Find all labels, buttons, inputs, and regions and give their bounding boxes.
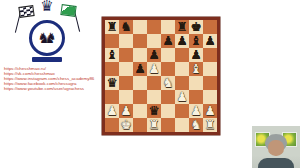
piece-black-n-b8: ♞	[120, 21, 131, 34]
square-e6	[161, 48, 175, 62]
square-d1: ♜	[147, 118, 161, 132]
square-g5: ♝	[189, 62, 203, 76]
square-f2	[175, 104, 189, 118]
piece-black-r-a8: ♜	[106, 21, 117, 34]
square-f5	[175, 62, 189, 76]
square-e8	[161, 20, 175, 34]
square-d7	[147, 34, 161, 48]
square-b3	[119, 90, 133, 104]
square-h5	[203, 62, 217, 76]
region-flag-icon	[60, 4, 76, 17]
square-f7: ♟	[175, 34, 189, 48]
square-f1	[175, 118, 189, 132]
presenter-shoulders	[258, 158, 294, 168]
square-h1: ♜	[203, 118, 217, 132]
square-h3	[203, 90, 217, 104]
square-b7	[119, 34, 133, 48]
social-links: https://chesshmao.ru/ https://vk.com/che…	[4, 66, 94, 91]
square-c2	[133, 104, 147, 118]
link-youtube[interactable]: https://www.youtube.com/user/ugrachess	[4, 86, 94, 91]
square-d8	[147, 20, 161, 34]
square-c8	[133, 20, 147, 34]
square-a7	[105, 34, 119, 48]
square-c5: ♟	[133, 62, 147, 76]
knight-icon-mirrored: ♞	[44, 31, 57, 45]
chess-board: ♜♞♜♚♟♟♝♟♝♟♟♟♟♝♛♞♟♟♟♛♟♟♚♜♞♜	[102, 17, 220, 135]
square-f8: ♜	[175, 20, 189, 34]
square-h8	[203, 20, 217, 34]
square-h2: ♟	[203, 104, 217, 118]
square-d6: ♟	[147, 48, 161, 62]
square-d3	[147, 90, 161, 104]
square-d5: ♟	[147, 62, 161, 76]
square-f6	[175, 48, 189, 62]
piece-white-n-g1: ♞	[190, 119, 201, 132]
square-c3	[133, 90, 147, 104]
logo-ring: ♞ ♞	[29, 20, 65, 56]
square-g4	[189, 76, 203, 90]
square-d4	[147, 76, 161, 90]
square-e2	[161, 104, 175, 118]
chess-academy-logo: ♛ ♞ ♞	[15, 0, 79, 64]
piece-black-p-g6: ♟	[190, 49, 201, 62]
square-c1	[133, 118, 147, 132]
checkered-flag-icon	[18, 5, 34, 18]
piece-black-b-a6: ♝	[106, 49, 117, 62]
presenter-face	[268, 140, 284, 156]
square-e5	[161, 62, 175, 76]
square-g3	[189, 90, 203, 104]
queen-icon: ♛	[40, 0, 53, 14]
square-b8: ♞	[119, 20, 133, 34]
square-a6: ♝	[105, 48, 119, 62]
piece-white-n-e4: ♞	[162, 77, 173, 90]
square-d2: ♛	[147, 104, 161, 118]
piece-black-q-a4: ♛	[106, 77, 117, 90]
square-f4	[175, 76, 189, 90]
piece-white-b-g5: ♝	[190, 63, 201, 76]
square-h6	[203, 48, 217, 62]
square-c6	[133, 48, 147, 62]
piece-white-p-f3: ♟	[176, 91, 187, 104]
square-b2: ♟	[119, 104, 133, 118]
piece-black-p-f7: ♟	[176, 35, 187, 48]
square-a8: ♜	[105, 20, 119, 34]
square-g8: ♚	[189, 20, 203, 34]
square-f3: ♟	[175, 90, 189, 104]
square-a3	[105, 90, 119, 104]
square-a5	[105, 62, 119, 76]
square-a4: ♛	[105, 76, 119, 90]
square-h7: ♟	[203, 34, 217, 48]
square-g2: ♟	[189, 104, 203, 118]
piece-black-p-h7: ♟	[204, 35, 215, 48]
piece-black-p-d6: ♟	[148, 49, 159, 62]
square-b5	[119, 62, 133, 76]
piece-white-p-g2: ♟	[190, 105, 201, 118]
piece-black-b-g7: ♝	[190, 35, 201, 48]
square-c7	[133, 34, 147, 48]
piece-white-p-h2: ♟	[204, 105, 215, 118]
piece-white-p-d5: ♟	[148, 63, 159, 76]
square-g1: ♞	[189, 118, 203, 132]
piece-white-r-h1: ♜	[204, 119, 215, 132]
square-e7: ♟	[161, 34, 175, 48]
square-a2: ♟	[105, 104, 119, 118]
square-c4	[133, 76, 147, 90]
piece-black-r-f8: ♜	[176, 21, 187, 34]
square-b6	[119, 48, 133, 62]
logo-ribbon	[32, 57, 62, 62]
piece-white-p-a2: ♟	[106, 105, 117, 118]
piece-black-p-e7: ♟	[162, 35, 173, 48]
square-h4	[203, 76, 217, 90]
square-g6: ♟	[189, 48, 203, 62]
piece-black-q-d2: ♛	[148, 105, 159, 118]
square-a1	[105, 118, 119, 132]
square-e1	[161, 118, 175, 132]
square-b1: ♚	[119, 118, 133, 132]
webcam-feed	[252, 126, 300, 168]
piece-white-p-b2: ♟	[120, 105, 131, 118]
piece-black-p-c5: ♟	[134, 63, 145, 76]
piece-white-k-b1: ♚	[120, 119, 131, 132]
piece-black-k-g8: ♚	[190, 21, 201, 34]
square-b4	[119, 76, 133, 90]
square-g7: ♝	[189, 34, 203, 48]
piece-white-r-d1: ♜	[148, 119, 159, 132]
square-e4: ♞	[161, 76, 175, 90]
square-e3	[161, 90, 175, 104]
